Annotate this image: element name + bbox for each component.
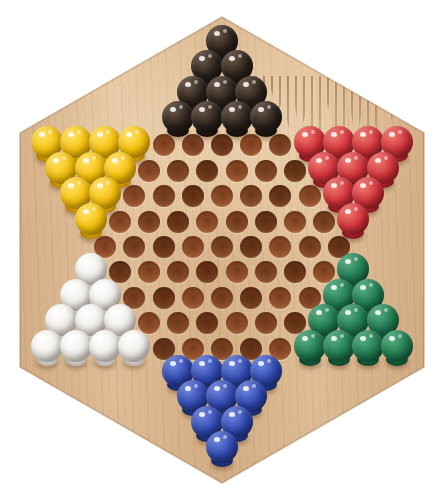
peg-yellow[interactable] (75, 203, 107, 241)
peg-ball (381, 330, 413, 362)
peg-ball (206, 431, 238, 463)
hole[interactable] (138, 160, 160, 182)
peg-ball (118, 330, 150, 362)
hole[interactable] (284, 211, 306, 233)
hole[interactable] (226, 312, 248, 334)
peg-white[interactable] (31, 330, 63, 368)
hole[interactable] (167, 211, 189, 233)
peg-ball (162, 101, 194, 133)
peg-ball (75, 203, 107, 235)
hole[interactable] (109, 211, 131, 233)
peg-green[interactable] (381, 330, 413, 368)
peg-green[interactable] (352, 330, 384, 368)
hole[interactable] (167, 160, 189, 182)
hole[interactable] (138, 211, 160, 233)
peg-red[interactable] (337, 203, 369, 241)
hole[interactable] (255, 211, 277, 233)
peg-green[interactable] (294, 330, 326, 368)
peg-white[interactable] (60, 330, 92, 368)
hole[interactable] (196, 211, 218, 233)
peg-black[interactable] (162, 101, 194, 139)
peg-black[interactable] (250, 101, 282, 139)
hole[interactable] (299, 236, 321, 258)
hole[interactable] (226, 160, 248, 182)
hole[interactable] (255, 312, 277, 334)
hole[interactable] (240, 287, 262, 309)
peg-ball (323, 330, 355, 362)
hole[interactable] (153, 287, 175, 309)
hole[interactable] (182, 185, 204, 207)
hole[interactable] (226, 211, 248, 233)
hole[interactable] (182, 287, 204, 309)
photo-scene (0, 0, 438, 500)
peg-white[interactable] (118, 330, 150, 368)
peg-ball (337, 203, 369, 235)
hole[interactable] (284, 160, 306, 182)
hole[interactable] (153, 236, 175, 258)
hole[interactable] (299, 185, 321, 207)
peg-white[interactable] (89, 330, 121, 368)
hole[interactable] (226, 261, 248, 283)
peg-ball (352, 330, 384, 362)
hole[interactable] (211, 236, 233, 258)
hole[interactable] (182, 236, 204, 258)
peg-ball (191, 101, 223, 133)
peg-ball (294, 330, 326, 362)
hole[interactable] (313, 211, 335, 233)
peg-ball (31, 330, 63, 362)
hole[interactable] (153, 185, 175, 207)
hole[interactable] (255, 160, 277, 182)
hole[interactable] (211, 287, 233, 309)
peg-black[interactable] (221, 101, 253, 139)
peg-green[interactable] (323, 330, 355, 368)
hole[interactable] (153, 134, 175, 156)
peg-ball (250, 101, 282, 133)
peg-ball (221, 101, 253, 133)
peg-black[interactable] (191, 101, 223, 139)
peg-blue[interactable] (206, 431, 238, 469)
peg-ball (89, 330, 121, 362)
peg-ball (60, 330, 92, 362)
